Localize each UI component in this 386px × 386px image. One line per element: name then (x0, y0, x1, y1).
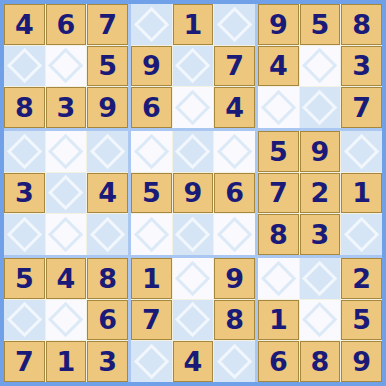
cell-r5c4: 5 (131, 173, 172, 214)
cell-r2c3: 5 (87, 46, 128, 87)
empty-cell-diamond-icon (175, 133, 211, 169)
cell-r1c1: 4 (4, 4, 45, 45)
empty-cell-diamond-icon (302, 90, 338, 126)
cell-r9c3: 3 (87, 341, 128, 382)
cell-r6c8: 3 (300, 214, 341, 255)
sudoku-box-1: 4675839 (4, 4, 128, 128)
cell-r2c5[interactable] (173, 46, 214, 87)
sudoku-box-4: 34 (4, 131, 128, 255)
sudoku-box-2: 19764 (131, 4, 255, 128)
cell-r1c8: 5 (300, 4, 341, 45)
cell-r5c5: 9 (173, 173, 214, 214)
cell-r5c6: 6 (214, 173, 255, 214)
sudoku-box-3: 958437 (258, 4, 382, 128)
cell-r2c6: 7 (214, 46, 255, 87)
cell-r4c7: 5 (258, 131, 299, 172)
cell-r9c2: 1 (46, 341, 87, 382)
cell-r1c7: 9 (258, 4, 299, 45)
cell-r3c7[interactable] (258, 87, 299, 128)
empty-cell-diamond-icon (6, 217, 42, 253)
empty-cell-diamond-icon (217, 133, 253, 169)
cell-r6c9[interactable] (341, 214, 382, 255)
cell-r3c1: 8 (4, 87, 45, 128)
cell-r7c9: 2 (341, 258, 382, 299)
cell-r1c4[interactable] (131, 4, 172, 45)
cell-r8c1[interactable] (4, 300, 45, 341)
cell-r7c5[interactable] (173, 258, 214, 299)
cell-r6c1[interactable] (4, 214, 45, 255)
cell-r3c2: 3 (46, 87, 87, 128)
empty-cell-diamond-icon (48, 48, 84, 84)
empty-cell-diamond-icon (6, 302, 42, 338)
cell-r6c5[interactable] (173, 214, 214, 255)
cell-r3c8[interactable] (300, 87, 341, 128)
empty-cell-diamond-icon (260, 90, 296, 126)
cell-r5c7: 7 (258, 173, 299, 214)
cell-r7c3: 8 (87, 258, 128, 299)
cell-r1c3: 7 (87, 4, 128, 45)
cell-r6c3[interactable] (87, 214, 128, 255)
cell-r8c6: 8 (214, 300, 255, 341)
cell-r8c9: 5 (341, 300, 382, 341)
cell-r2c7: 4 (258, 46, 299, 87)
empty-cell-diamond-icon (217, 6, 253, 42)
cell-r7c7[interactable] (258, 258, 299, 299)
sudoku-board: 4675839197649584373459659721835486713197… (0, 0, 386, 386)
sudoku-box-9: 215689 (258, 258, 382, 382)
cell-r3c6: 4 (214, 87, 255, 128)
cell-r9c5: 4 (173, 341, 214, 382)
empty-cell-diamond-icon (48, 302, 84, 338)
cell-r4c3[interactable] (87, 131, 128, 172)
cell-r6c4[interactable] (131, 214, 172, 255)
cell-r5c3: 4 (87, 173, 128, 214)
cell-r4c4[interactable] (131, 131, 172, 172)
cell-r4c2[interactable] (46, 131, 87, 172)
empty-cell-diamond-icon (90, 133, 126, 169)
cell-r8c5[interactable] (173, 300, 214, 341)
empty-cell-diamond-icon (48, 133, 84, 169)
cell-r7c6: 9 (214, 258, 255, 299)
cell-r9c4[interactable] (131, 341, 172, 382)
cell-r7c8[interactable] (300, 258, 341, 299)
empty-cell-diamond-icon (302, 260, 338, 296)
cell-r1c6[interactable] (214, 4, 255, 45)
empty-cell-diamond-icon (133, 344, 169, 380)
cell-r8c7: 1 (258, 300, 299, 341)
cell-r5c1: 3 (4, 173, 45, 214)
empty-cell-diamond-icon (48, 217, 84, 253)
cell-r5c2[interactable] (46, 173, 87, 214)
cell-r2c2[interactable] (46, 46, 87, 87)
cell-r8c3: 6 (87, 300, 128, 341)
cell-r4c8: 9 (300, 131, 341, 172)
cell-r3c3: 9 (87, 87, 128, 128)
cell-r4c6[interactable] (214, 131, 255, 172)
cell-r1c5: 1 (173, 4, 214, 45)
cell-r5c9: 1 (341, 173, 382, 214)
sudoku-box-7: 5486713 (4, 258, 128, 382)
sudoku-box-6: 5972183 (258, 131, 382, 255)
empty-cell-diamond-icon (217, 217, 253, 253)
cell-r5c8: 2 (300, 173, 341, 214)
empty-cell-diamond-icon (175, 260, 211, 296)
empty-cell-diamond-icon (175, 302, 211, 338)
empty-cell-diamond-icon (90, 217, 126, 253)
sudoku-box-8: 19784 (131, 258, 255, 382)
cell-r2c9: 3 (341, 46, 382, 87)
empty-cell-diamond-icon (260, 260, 296, 296)
cell-r9c6[interactable] (214, 341, 255, 382)
cell-r7c1: 5 (4, 258, 45, 299)
cell-r3c4: 6 (131, 87, 172, 128)
empty-cell-diamond-icon (6, 133, 42, 169)
cell-r7c2: 4 (46, 258, 87, 299)
empty-cell-diamond-icon (344, 217, 380, 253)
cell-r6c2[interactable] (46, 214, 87, 255)
cell-r1c2: 6 (46, 4, 87, 45)
cell-r3c5[interactable] (173, 87, 214, 128)
empty-cell-diamond-icon (175, 48, 211, 84)
sudoku-box-5: 596 (131, 131, 255, 255)
cell-r2c8[interactable] (300, 46, 341, 87)
empty-cell-diamond-icon (302, 48, 338, 84)
cell-r2c1[interactable] (4, 46, 45, 87)
empty-cell-diamond-icon (48, 175, 84, 211)
empty-cell-diamond-icon (133, 6, 169, 42)
cell-r3c9: 7 (341, 87, 382, 128)
empty-cell-diamond-icon (302, 302, 338, 338)
cell-r2c4: 9 (131, 46, 172, 87)
empty-cell-diamond-icon (133, 217, 169, 253)
cell-r4c5[interactable] (173, 131, 214, 172)
empty-cell-diamond-icon (6, 48, 42, 84)
cell-r9c1: 7 (4, 341, 45, 382)
cell-r8c4: 7 (131, 300, 172, 341)
cell-r7c4: 1 (131, 258, 172, 299)
cell-r6c7: 8 (258, 214, 299, 255)
empty-cell-diamond-icon (217, 344, 253, 380)
cell-r8c2[interactable] (46, 300, 87, 341)
cell-r6c6[interactable] (214, 214, 255, 255)
empty-cell-diamond-icon (175, 217, 211, 253)
cell-r1c9: 8 (341, 4, 382, 45)
empty-cell-diamond-icon (175, 90, 211, 126)
empty-cell-diamond-icon (133, 133, 169, 169)
cell-r9c9: 9 (341, 341, 382, 382)
cell-r9c8: 8 (300, 341, 341, 382)
cell-r4c9[interactable] (341, 131, 382, 172)
cell-r8c8[interactable] (300, 300, 341, 341)
cell-r9c7: 6 (258, 341, 299, 382)
cell-r4c1[interactable] (4, 131, 45, 172)
empty-cell-diamond-icon (344, 133, 380, 169)
